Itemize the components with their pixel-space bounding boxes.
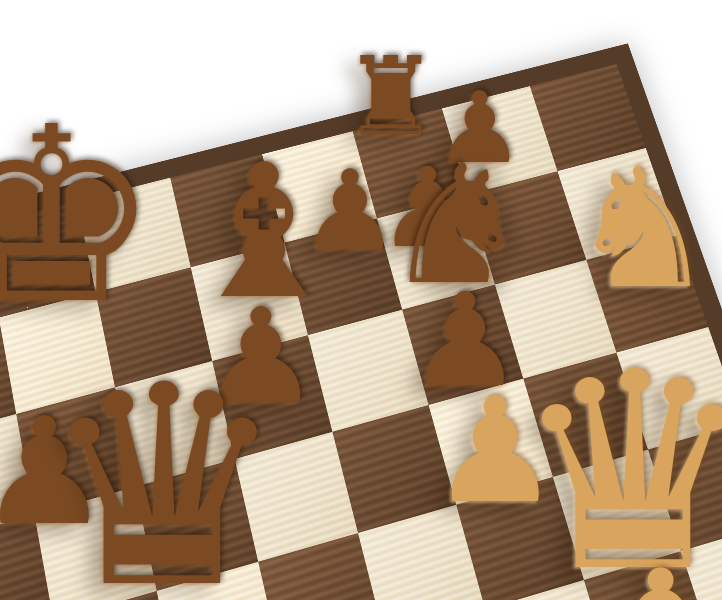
piece-black-king: ♚ [0, 95, 185, 337]
piece-white-pawn: ♟ [571, 549, 722, 600]
piece-black-queen: ♛ [11, 349, 316, 600]
piece-white-knight: ♞ [552, 146, 722, 311]
board-photo: ♚♜♝♟♟♟♟♟♞♛♟♞♟♛♟ [0, 0, 722, 600]
